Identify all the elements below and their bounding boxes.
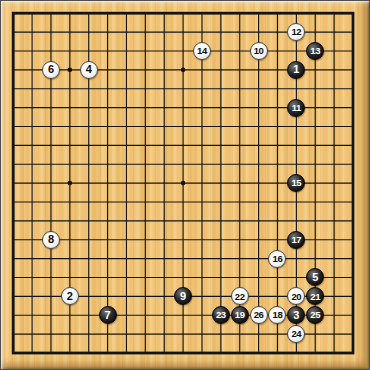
stone-white-16[interactable]: 16 xyxy=(268,250,286,268)
stone-white-18[interactable]: 18 xyxy=(268,306,286,324)
move-number-label: 12 xyxy=(291,27,301,37)
stone-black-15[interactable]: 15 xyxy=(287,174,305,192)
move-number-label: 18 xyxy=(273,310,283,320)
stone-black-3[interactable]: 3 xyxy=(287,306,305,324)
move-number-label: 11 xyxy=(292,102,301,112)
move-number-label: 17 xyxy=(291,234,301,244)
stone-white-24[interactable]: 24 xyxy=(287,325,305,343)
stone-white-26[interactable]: 26 xyxy=(250,306,268,324)
move-number-label: 21 xyxy=(310,291,320,301)
stone-black-5[interactable]: 5 xyxy=(306,268,324,286)
stone-black-17[interactable]: 17 xyxy=(287,231,305,249)
stone-black-1[interactable]: 1 xyxy=(287,61,305,79)
move-number-label: 16 xyxy=(273,253,283,263)
stone-black-13[interactable]: 13 xyxy=(306,42,324,60)
move-number-label: 23 xyxy=(216,310,226,320)
stone-black-19[interactable]: 19 xyxy=(231,306,249,324)
move-number-label: 19 xyxy=(235,310,245,320)
stone-white-12[interactable]: 12 xyxy=(287,23,305,41)
stone-black-11[interactable]: 11 xyxy=(287,99,305,117)
stone-white-22[interactable]: 22 xyxy=(231,287,249,305)
stone-black-21[interactable]: 21 xyxy=(306,287,324,305)
move-number-label: 2 xyxy=(67,290,73,301)
move-number-label: 7 xyxy=(105,309,111,320)
move-number-label: 20 xyxy=(291,291,301,301)
go-board[interactable]: 1234567891011121314151617181920212223242… xyxy=(0,0,370,370)
stone-white-20[interactable]: 20 xyxy=(287,287,305,305)
move-number-label: 22 xyxy=(235,291,245,301)
move-number-label: 8 xyxy=(48,234,54,245)
move-number-label: 10 xyxy=(254,46,264,56)
stone-white-2[interactable]: 2 xyxy=(61,287,79,305)
stone-layer: 1234567891011121314151617181920212223242… xyxy=(0,0,370,370)
move-number-label: 9 xyxy=(180,290,186,301)
move-number-label: 6 xyxy=(48,64,54,75)
move-number-label: 15 xyxy=(291,178,301,188)
stone-white-4[interactable]: 4 xyxy=(80,61,98,79)
stone-white-10[interactable]: 10 xyxy=(250,42,268,60)
move-number-label: 4 xyxy=(86,64,92,75)
move-number-label: 24 xyxy=(291,329,301,339)
stone-black-7[interactable]: 7 xyxy=(99,306,117,324)
move-number-label: 3 xyxy=(293,309,299,320)
stone-black-9[interactable]: 9 xyxy=(174,287,192,305)
move-number-label: 26 xyxy=(254,310,264,320)
move-number-label: 14 xyxy=(197,46,207,56)
move-number-label: 5 xyxy=(312,271,318,282)
stone-white-6[interactable]: 6 xyxy=(42,61,60,79)
stone-white-14[interactable]: 14 xyxy=(193,42,211,60)
stone-black-25[interactable]: 25 xyxy=(306,306,324,324)
move-number-label: 25 xyxy=(310,310,320,320)
move-number-label: 1 xyxy=(293,64,299,75)
stone-white-8[interactable]: 8 xyxy=(42,231,60,249)
stone-black-23[interactable]: 23 xyxy=(212,306,230,324)
move-number-label: 13 xyxy=(310,46,320,56)
